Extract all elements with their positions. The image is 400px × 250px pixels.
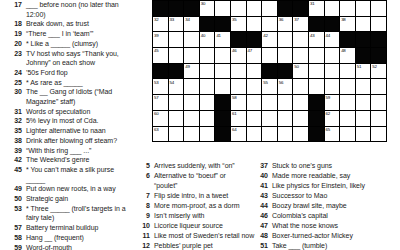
clue-number: 42 xyxy=(0,155,26,165)
grid-cell-black xyxy=(309,111,324,126)
grid-cell[interactable] xyxy=(293,32,308,47)
grid-cell[interactable]: 61 xyxy=(231,111,246,126)
clue-number: 31 xyxy=(0,107,26,117)
clue-text: Made more readable, say xyxy=(272,171,400,181)
grid-cell[interactable]: 59 xyxy=(325,95,340,110)
cell-number: 41 xyxy=(216,33,220,38)
grid-cell[interactable] xyxy=(356,111,371,126)
clue-number: 25 xyxy=(0,78,26,88)
grid-cell[interactable] xyxy=(247,79,262,94)
grid-cell[interactable] xyxy=(262,48,277,63)
grid-cell[interactable]: 38 xyxy=(340,17,355,32)
clue-item: 23TV host who says “Thank you, Johnny” o… xyxy=(0,49,158,68)
cell-number: 38 xyxy=(341,17,345,22)
grid-cell[interactable] xyxy=(200,64,215,79)
grid-cell[interactable]: 50 xyxy=(293,64,308,79)
cell-number: 44 xyxy=(326,33,330,38)
grid-cell[interactable] xyxy=(262,127,277,142)
grid-cell[interactable] xyxy=(184,32,199,47)
clue-number: 48 xyxy=(246,231,272,241)
clue-number: 17 xyxy=(0,0,26,10)
clue-item: 51Take ___ (tumble) xyxy=(246,241,400,250)
grid-cell-black xyxy=(371,48,386,63)
cell-number: 42 xyxy=(263,33,267,38)
grid-cell[interactable] xyxy=(262,17,277,32)
grid-cell[interactable]: 49 xyxy=(184,64,199,79)
clue-item: 24’50s Ford flop xyxy=(0,68,158,78)
cell-number: 65 xyxy=(326,127,330,132)
clue-item: 43Successor to Mao xyxy=(246,191,400,201)
down-clues-column-2: 37Stuck to one’s guns40Made more readabl… xyxy=(246,161,400,250)
clue-item: 44Boozy brawl site, maybe xyxy=(246,201,400,211)
grid-cell[interactable] xyxy=(215,64,230,79)
grid-cell[interactable] xyxy=(356,17,371,32)
cell-number: 47 xyxy=(248,48,252,53)
clue-number: 47 xyxy=(246,221,272,231)
grid-cell-black xyxy=(309,17,324,32)
grid-cell[interactable] xyxy=(215,48,230,63)
grid-cell[interactable] xyxy=(184,48,199,63)
grid-cell[interactable]: 55 xyxy=(262,79,277,94)
grid-cell[interactable] xyxy=(356,79,371,94)
grid-cell[interactable]: 42 xyxy=(262,32,277,47)
grid-cell[interactable] xyxy=(200,79,215,94)
clue-item: 40Made more readable, say xyxy=(246,171,400,181)
cell-number: 62 xyxy=(326,111,330,116)
grid-cell[interactable] xyxy=(169,127,184,142)
cell-number: 46 xyxy=(232,48,236,53)
clue-text: Words of speculation xyxy=(26,107,158,117)
clue-number: 53 xyxy=(0,204,26,214)
grid-cell[interactable] xyxy=(200,111,215,126)
clue-number: 51 xyxy=(246,241,272,250)
grid-cell-black xyxy=(356,32,371,47)
grid-cell[interactable] xyxy=(293,127,308,142)
grid-cell[interactable] xyxy=(278,95,293,110)
grid-cell[interactable] xyxy=(231,79,246,94)
grid-cell-black xyxy=(169,1,184,16)
grid-cell[interactable] xyxy=(356,1,371,16)
grid-cell[interactable] xyxy=(184,111,199,126)
grid-cell[interactable]: 45 xyxy=(153,48,168,63)
clue-number: 32 xyxy=(0,116,26,126)
grid-cell[interactable] xyxy=(184,79,199,94)
grid-cell[interactable]: 39 xyxy=(153,32,168,47)
clue-number: 11 xyxy=(128,231,154,241)
clue-text: Break down, as trust xyxy=(26,19,158,29)
clue-text: Like physics for Einstein, likely xyxy=(272,181,400,191)
cell-number: 58 xyxy=(232,95,236,100)
grid-cell[interactable] xyxy=(278,48,293,63)
cell-number: 57 xyxy=(154,95,158,100)
cell-number: 32 xyxy=(154,17,158,22)
grid-cell-black xyxy=(169,64,184,79)
clue-item: 35Lighter alternative to naan xyxy=(0,126,158,136)
grid-cell-black xyxy=(184,1,199,16)
grid-cell[interactable]: 51 xyxy=(356,64,371,79)
clue-number: 37 xyxy=(246,161,272,171)
grid-cell[interactable]: 60 xyxy=(153,111,168,126)
grid-cell-black xyxy=(356,48,371,63)
clue-item: 47What the nose knows xyxy=(246,221,400,231)
clue-number: 40 xyxy=(246,171,272,181)
grid-cell[interactable] xyxy=(200,127,215,142)
clue-number: 41 xyxy=(246,181,272,191)
cell-number: 36 xyxy=(279,17,283,22)
grid-cell[interactable] xyxy=(247,127,262,142)
grid-cell-black xyxy=(231,32,246,47)
clue-item: 19“There ___ I in ‘team’” xyxy=(0,29,158,39)
grid-cell-black xyxy=(371,32,386,47)
grid-cell-black xyxy=(278,64,293,79)
clue-text: 5% levy in most of Cda. xyxy=(26,116,158,126)
crossword-puzzle-page: 17___ before noon (no later than 12:00)1… xyxy=(0,0,400,250)
grid-cell[interactable] xyxy=(184,95,199,110)
clue-number: 50 xyxy=(0,194,26,204)
grid-cell[interactable] xyxy=(325,64,340,79)
clue-number: 45 xyxy=(0,165,26,175)
cell-number: 60 xyxy=(154,111,158,116)
grid-cell-black xyxy=(215,17,230,32)
grid-cell[interactable] xyxy=(340,79,355,94)
clue-text: The __ Gang of Idiots (“Mad Magazine” st… xyxy=(26,87,158,106)
grid-cell[interactable] xyxy=(200,48,215,63)
cell-number: 43 xyxy=(310,33,314,38)
clue-item: 41Like physics for Einstein, likely xyxy=(246,181,400,191)
grid-cell[interactable]: 30 xyxy=(200,1,215,16)
clue-number: 9 xyxy=(128,211,154,221)
grid-cell[interactable] xyxy=(325,79,340,94)
grid-cell[interactable] xyxy=(231,1,246,16)
grid-cell[interactable] xyxy=(169,48,184,63)
grid-cell-black xyxy=(247,32,262,47)
cell-number: 37 xyxy=(294,17,298,22)
clue-number: 46 xyxy=(246,211,272,221)
clue-number: 43 xyxy=(246,191,272,201)
clue-item: 38Drink after blowing off steam? xyxy=(0,136,158,146)
grid-cell[interactable] xyxy=(340,111,355,126)
clue-text: Lighter alternative to naan xyxy=(26,126,158,136)
cell-number: 40 xyxy=(201,33,205,38)
clue-text: * Like a _____ (clumsy) xyxy=(26,39,158,49)
grid-cell[interactable]: 52 xyxy=(371,64,386,79)
clue-number: 19 xyxy=(0,29,26,39)
grid-cell[interactable] xyxy=(340,64,355,79)
clue-item: 39“With this ring ___ ...” xyxy=(0,146,158,156)
grid-cell[interactable] xyxy=(278,111,293,126)
grid-cell[interactable]: 31 xyxy=(309,1,324,16)
grid-cell[interactable] xyxy=(340,127,355,142)
grid-cell[interactable] xyxy=(293,95,308,110)
grid-cell-black xyxy=(200,17,215,32)
clue-number: 24 xyxy=(0,68,26,78)
clue-item: 20* Like a _____ (clumsy) xyxy=(0,39,158,49)
grid-cell-black xyxy=(215,111,230,126)
grid-cell[interactable]: 46 xyxy=(231,48,246,63)
grid-cell[interactable] xyxy=(309,48,324,63)
clue-text: “With this ring ___ ...” xyxy=(26,146,158,156)
clue-number: 59 xyxy=(0,243,26,250)
cell-number: 45 xyxy=(154,48,158,53)
clue-number: 20 xyxy=(0,39,26,49)
clue-number: 8 xyxy=(128,201,154,211)
grid-cell[interactable]: 53 xyxy=(153,79,168,94)
cell-number: 34 xyxy=(185,17,189,22)
cell-number: 31 xyxy=(310,1,314,6)
grid-cell[interactable] xyxy=(184,127,199,142)
grid-cell[interactable] xyxy=(278,127,293,142)
grid-cell[interactable] xyxy=(356,127,371,142)
clue-item: 37Stuck to one’s guns xyxy=(246,161,400,171)
grid-cell[interactable] xyxy=(371,17,386,32)
grid-cell[interactable] xyxy=(215,79,230,94)
grid-cell[interactable]: 40 xyxy=(200,32,215,47)
clue-item: 31Words of speculation xyxy=(0,107,158,117)
grid-cell[interactable] xyxy=(371,111,386,126)
grid-cell[interactable] xyxy=(356,95,371,110)
cell-number: 63 xyxy=(154,127,158,132)
clue-item: 17___ before noon (no later than 12:00) xyxy=(0,0,158,19)
cell-number: 54 xyxy=(170,80,174,85)
clue-item: 325% levy in most of Cda. xyxy=(0,116,158,126)
grid-cell[interactable]: 32 xyxy=(153,17,168,32)
grid-cell[interactable]: 35 xyxy=(231,17,246,32)
grid-cell[interactable] xyxy=(325,48,340,63)
grid-cell[interactable] xyxy=(278,32,293,47)
clue-number: 30 xyxy=(0,87,26,97)
grid-cell[interactable] xyxy=(231,64,246,79)
clue-text: Boxer-turned-actor Mickey xyxy=(272,231,400,241)
grid-cell[interactable] xyxy=(293,111,308,126)
grid-cell[interactable] xyxy=(325,1,340,16)
clue-item: 46Colombia’s capital xyxy=(246,211,400,221)
clue-number: 44 xyxy=(246,201,272,211)
grid-cell[interactable]: 58 xyxy=(231,95,246,110)
cell-number: 48 xyxy=(341,48,345,53)
grid-cell-black xyxy=(340,32,355,47)
clue-number: 6 xyxy=(128,171,154,181)
clue-item: 25* As rare as _____ xyxy=(0,78,158,88)
clue-text: “There ___ I in ‘team’” xyxy=(26,29,158,39)
grid-cell-black xyxy=(309,95,324,110)
cell-number: 33 xyxy=(170,17,174,22)
cell-number: 49 xyxy=(185,64,189,69)
clue-text: TV host who says “Thank you, Johnny” on … xyxy=(26,49,158,68)
grid-cell[interactable] xyxy=(247,1,262,16)
grid-cell-black xyxy=(215,95,230,110)
grid-cell[interactable] xyxy=(309,64,324,79)
cell-number: 55 xyxy=(263,80,267,85)
grid-cell[interactable] xyxy=(309,79,324,94)
grid-cell[interactable] xyxy=(247,64,262,79)
grid-cell[interactable]: 57 xyxy=(153,95,168,110)
grid-cell-black xyxy=(153,64,168,79)
grid-cell[interactable]: 54 xyxy=(169,79,184,94)
grid-cell[interactable]: 41 xyxy=(215,32,230,47)
grid-cell-black xyxy=(309,127,324,142)
cell-number: 64 xyxy=(232,127,236,132)
cell-number: 61 xyxy=(232,111,236,116)
grid-cell[interactable]: 62 xyxy=(325,111,340,126)
clue-number: 23 xyxy=(0,49,26,59)
clue-text: Stuck to one’s guns xyxy=(272,161,400,171)
grid-cell[interactable]: 63 xyxy=(153,127,168,142)
clue-number: 12 xyxy=(128,241,154,250)
grid-cell[interactable] xyxy=(371,79,386,94)
grid-cell-black xyxy=(153,1,168,16)
grid-cell[interactable]: 47 xyxy=(247,48,262,63)
grid-cell[interactable]: 43 xyxy=(309,32,324,47)
clue-item: 18Break down, as trust xyxy=(0,19,158,29)
grid-cell[interactable]: 65 xyxy=(325,127,340,142)
clue-text: Drink after blowing off steam? xyxy=(26,136,158,146)
grid-cell[interactable]: 64 xyxy=(231,127,246,142)
grid-cell[interactable] xyxy=(200,95,215,110)
cell-number: 56 xyxy=(279,80,283,85)
clue-number: 49 xyxy=(0,184,26,194)
clue-number: 35 xyxy=(0,126,26,136)
clue-text: Take ___ (tumble) xyxy=(272,241,400,250)
grid-cell[interactable]: 33 xyxy=(169,17,184,32)
grid-cell-black xyxy=(262,64,277,79)
clue-text: ’50s Ford flop xyxy=(26,68,158,78)
clue-number: 18 xyxy=(0,19,26,29)
clue-text: Successor to Mao xyxy=(272,191,400,201)
clue-item: 30The __ Gang of Idiots (“Mad Magazine” … xyxy=(0,87,158,106)
cell-number: 59 xyxy=(326,95,330,100)
clue-number: 39 xyxy=(0,146,26,156)
grid-cell[interactable] xyxy=(247,111,262,126)
grid-cell[interactable] xyxy=(247,17,262,32)
clue-text: What the nose knows xyxy=(272,221,400,231)
cell-number: 30 xyxy=(201,1,205,6)
clue-number: 57 xyxy=(0,223,26,233)
cell-number: 52 xyxy=(372,64,376,69)
cell-number: 50 xyxy=(294,64,298,69)
grid-cell-black xyxy=(215,127,230,142)
clue-number: 7 xyxy=(128,191,154,201)
cell-number: 51 xyxy=(357,64,361,69)
grid-cell[interactable] xyxy=(262,111,277,126)
grid-cell[interactable] xyxy=(247,95,262,110)
grid-cell[interactable]: 34 xyxy=(184,17,199,32)
grid-cell[interactable] xyxy=(262,95,277,110)
clue-number: 10 xyxy=(128,221,154,231)
grid-cell[interactable]: 36 xyxy=(278,17,293,32)
grid-cell[interactable] xyxy=(169,95,184,110)
grid-cell-black xyxy=(278,1,293,16)
clue-item: 48Boxer-turned-actor Mickey xyxy=(246,231,400,241)
clue-number: 5 xyxy=(128,161,154,171)
grid-cell[interactable] xyxy=(340,95,355,110)
grid-cell[interactable]: 48 xyxy=(340,48,355,63)
clue-number: 38 xyxy=(0,136,26,146)
grid-cell[interactable]: 44 xyxy=(325,32,340,47)
grid-cell[interactable]: 37 xyxy=(293,17,308,32)
grid-cell[interactable] xyxy=(371,1,386,16)
grid-cell[interactable]: 56 xyxy=(278,79,293,94)
cell-number: 39 xyxy=(154,33,158,38)
grid-cell[interactable] xyxy=(169,111,184,126)
grid-cell-black xyxy=(293,1,308,16)
grid-cell[interactable] xyxy=(371,95,386,110)
crossword-grid: 3031323334353637383940414243444546474849… xyxy=(152,0,387,142)
clue-number: 58 xyxy=(0,233,26,243)
grid-cell[interactable] xyxy=(262,1,277,16)
grid-cell[interactable] xyxy=(215,1,230,16)
grid-cell[interactable] xyxy=(169,32,184,47)
clue-text: ___ before noon (no later than 12:00) xyxy=(26,0,158,19)
clue-text: Colombia’s capital xyxy=(272,211,400,221)
clue-text: Boozy brawl site, maybe xyxy=(272,201,400,211)
grid-cell[interactable] xyxy=(293,79,308,94)
grid-cell[interactable] xyxy=(371,127,386,142)
cell-number: 35 xyxy=(232,17,236,22)
grid-cell[interactable] xyxy=(340,1,355,16)
grid-cell[interactable] xyxy=(293,48,308,63)
cell-number: 53 xyxy=(154,80,158,85)
clue-text: * As rare as _____ xyxy=(26,78,158,88)
grid-cell-black xyxy=(325,17,340,32)
